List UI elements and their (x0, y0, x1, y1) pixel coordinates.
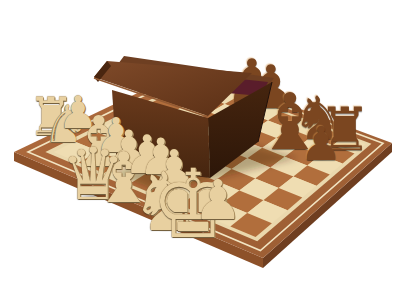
square (150, 95, 189, 112)
square (279, 177, 317, 198)
square (172, 104, 210, 121)
chess-piece-dark-pawn: ♟ (300, 120, 342, 167)
square (201, 130, 240, 149)
square (247, 200, 287, 223)
box-lid-tip (94, 61, 111, 82)
square (263, 188, 302, 210)
square (178, 121, 217, 140)
square (217, 121, 254, 139)
chess-piece-light-pawn: ♟ (193, 173, 242, 228)
square (255, 167, 293, 188)
chess-set-product-photo: ♜♞♟♝♟♟♛♝♟♟♟♞♚♟♟♟♝♞♜♟ (0, 0, 400, 300)
square (239, 179, 278, 201)
square (132, 104, 172, 122)
square (166, 88, 203, 104)
square (188, 96, 225, 113)
square (181, 80, 217, 96)
